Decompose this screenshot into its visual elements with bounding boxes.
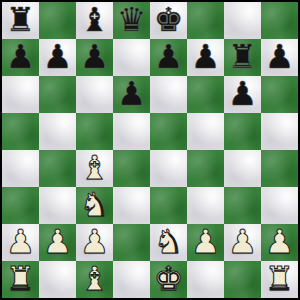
square-f5[interactable] xyxy=(187,113,224,150)
square-a1[interactable]: ♜ xyxy=(2,261,39,298)
black-pawn-icon: ♟ xyxy=(6,40,36,73)
white-knight-icon: ♞ xyxy=(154,225,184,258)
square-g2[interactable]: ♟ xyxy=(224,224,261,261)
square-f8[interactable] xyxy=(187,2,224,39)
square-c3[interactable]: ♞ xyxy=(76,187,113,224)
square-b5[interactable] xyxy=(39,113,76,150)
square-g1[interactable] xyxy=(224,261,261,298)
square-e4[interactable] xyxy=(150,150,187,187)
white-bishop-icon: ♝ xyxy=(80,262,110,295)
square-g6[interactable]: ♟ xyxy=(224,76,261,113)
black-pawn-icon: ♟ xyxy=(265,40,295,73)
square-h2[interactable]: ♟ xyxy=(261,224,298,261)
square-c8[interactable]: ♝ xyxy=(76,2,113,39)
square-f7[interactable]: ♟ xyxy=(187,39,224,76)
black-pawn-icon: ♟ xyxy=(43,40,73,73)
square-d3[interactable] xyxy=(113,187,150,224)
square-b7[interactable]: ♟ xyxy=(39,39,76,76)
white-pawn-icon: ♟ xyxy=(6,225,36,258)
square-a5[interactable] xyxy=(2,113,39,150)
square-b2[interactable]: ♟ xyxy=(39,224,76,261)
square-b3[interactable] xyxy=(39,187,76,224)
square-f3[interactable] xyxy=(187,187,224,224)
white-pawn-icon: ♟ xyxy=(228,225,258,258)
square-f1[interactable] xyxy=(187,261,224,298)
square-d7[interactable] xyxy=(113,39,150,76)
square-e8[interactable]: ♚ xyxy=(150,2,187,39)
square-c6[interactable] xyxy=(76,76,113,113)
square-f6[interactable] xyxy=(187,76,224,113)
square-e2[interactable]: ♞ xyxy=(150,224,187,261)
black-rook-icon: ♜ xyxy=(228,40,258,73)
black-pawn-icon: ♟ xyxy=(228,77,258,110)
square-d4[interactable] xyxy=(113,150,150,187)
square-d8[interactable]: ♛ xyxy=(113,2,150,39)
square-d6[interactable]: ♟ xyxy=(113,76,150,113)
square-h1[interactable]: ♜ xyxy=(261,261,298,298)
square-a7[interactable]: ♟ xyxy=(2,39,39,76)
square-a2[interactable]: ♟ xyxy=(2,224,39,261)
square-h6[interactable] xyxy=(261,76,298,113)
square-a6[interactable] xyxy=(2,76,39,113)
white-rook-icon: ♜ xyxy=(265,262,295,295)
square-a3[interactable] xyxy=(2,187,39,224)
white-pawn-icon: ♟ xyxy=(43,225,73,258)
black-pawn-icon: ♟ xyxy=(80,40,110,73)
white-pawn-icon: ♟ xyxy=(265,225,295,258)
square-c7[interactable]: ♟ xyxy=(76,39,113,76)
white-knight-icon: ♞ xyxy=(80,188,110,221)
square-g7[interactable]: ♜ xyxy=(224,39,261,76)
square-b4[interactable] xyxy=(39,150,76,187)
square-d5[interactable] xyxy=(113,113,150,150)
square-b8[interactable] xyxy=(39,2,76,39)
black-pawn-icon: ♟ xyxy=(191,40,221,73)
square-a4[interactable] xyxy=(2,150,39,187)
square-e5[interactable] xyxy=(150,113,187,150)
white-pawn-icon: ♟ xyxy=(80,225,110,258)
black-pawn-icon: ♟ xyxy=(117,77,147,110)
white-pawn-icon: ♟ xyxy=(191,225,221,258)
black-king-icon: ♚ xyxy=(154,3,184,36)
square-f2[interactable]: ♟ xyxy=(187,224,224,261)
white-bishop-icon: ♝ xyxy=(80,151,110,184)
square-e6[interactable] xyxy=(150,76,187,113)
square-e7[interactable]: ♟ xyxy=(150,39,187,76)
square-b1[interactable] xyxy=(39,261,76,298)
square-h4[interactable] xyxy=(261,150,298,187)
square-c4[interactable]: ♝ xyxy=(76,150,113,187)
square-c1[interactable]: ♝ xyxy=(76,261,113,298)
chess-board: ♜♝♛♚♟♟♟♟♟♜♟♟♟♝♞♟♟♟♞♟♟♟♜♝♚♜ xyxy=(0,0,300,300)
black-pawn-icon: ♟ xyxy=(154,40,184,73)
square-g5[interactable] xyxy=(224,113,261,150)
black-rook-icon: ♜ xyxy=(6,3,36,36)
black-bishop-icon: ♝ xyxy=(80,3,110,36)
black-queen-icon: ♛ xyxy=(117,3,147,36)
square-g8[interactable] xyxy=(224,2,261,39)
square-g4[interactable] xyxy=(224,150,261,187)
square-h3[interactable] xyxy=(261,187,298,224)
square-d2[interactable] xyxy=(113,224,150,261)
square-f4[interactable] xyxy=(187,150,224,187)
square-d1[interactable] xyxy=(113,261,150,298)
square-h7[interactable]: ♟ xyxy=(261,39,298,76)
square-g3[interactable] xyxy=(224,187,261,224)
square-a8[interactable]: ♜ xyxy=(2,2,39,39)
square-c2[interactable]: ♟ xyxy=(76,224,113,261)
square-h8[interactable] xyxy=(261,2,298,39)
white-king-icon: ♚ xyxy=(154,262,184,295)
square-e3[interactable] xyxy=(150,187,187,224)
square-h5[interactable] xyxy=(261,113,298,150)
square-c5[interactable] xyxy=(76,113,113,150)
square-e1[interactable]: ♚ xyxy=(150,261,187,298)
square-b6[interactable] xyxy=(39,76,76,113)
white-rook-icon: ♜ xyxy=(6,262,36,295)
